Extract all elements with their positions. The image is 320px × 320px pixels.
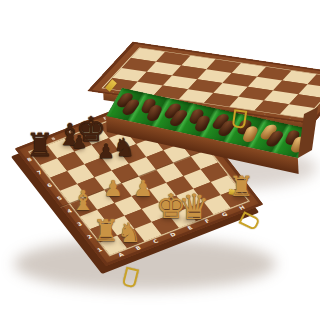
piece-white-knight-b1: ♞ — [117, 219, 141, 246]
piece-black-knight-d6: ♞ — [113, 135, 135, 160]
brass-clasp-front-right — [239, 211, 261, 231]
product-photo-chess-set: AABBCCDDEEFFGGHH12345678 ········ ♜♝♚♟♟♞… — [0, 0, 320, 320]
piece-black-pawn-b7: ♟ — [71, 133, 87, 151]
piece-black-rook-a8: ♜ — [26, 129, 55, 161]
piece-white-queen-e1: ♛ — [178, 190, 209, 225]
piece-white-rook-h1: ♜ — [228, 173, 253, 201]
piece-white-pawn-c4: ♟ — [103, 178, 123, 200]
piece-white-rook-a2: ♜ — [93, 216, 120, 246]
piece-white-bishop-a4: ♝ — [71, 187, 95, 214]
piece-black-pawn-c6: ♟ — [97, 141, 115, 161]
piece-white-pawn-d3: ♟ — [133, 178, 153, 200]
